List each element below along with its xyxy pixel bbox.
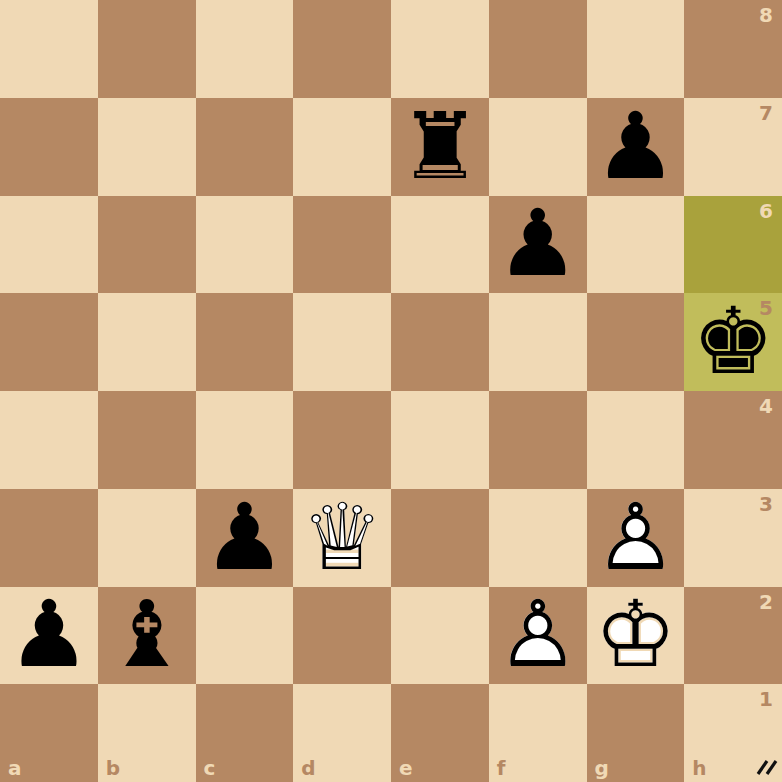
square-g5[interactable] (587, 293, 685, 391)
square-b8[interactable] (98, 0, 196, 98)
square-d3[interactable]: ♛︎♕︎ (293, 489, 391, 587)
white-queen-outline: ♕︎ (301, 492, 383, 584)
square-a8[interactable] (0, 0, 98, 98)
square-h3[interactable]: 3 (684, 489, 782, 587)
square-h1[interactable]: 1h (684, 684, 782, 782)
file-label-g: g (595, 758, 609, 778)
chess-board: 8♜︎♟︎7♟︎65♚︎4♟︎♛︎♕︎♟︎♙︎3♟︎♝︎♟︎♙︎♚︎♔︎2abc… (0, 0, 782, 782)
double-slash-icon (755, 753, 779, 777)
square-h8[interactable]: 8 (684, 0, 782, 98)
square-d5[interactable] (293, 293, 391, 391)
square-g8[interactable] (587, 0, 685, 98)
black-pawn-glyph: ♟︎ (496, 198, 578, 290)
square-a5[interactable] (0, 293, 98, 391)
square-f3[interactable] (489, 489, 587, 587)
black-king-glyph: ♚︎ (692, 296, 774, 388)
square-g1[interactable]: g (587, 684, 685, 782)
square-a6[interactable] (0, 196, 98, 294)
rank-label-3: 3 (759, 494, 773, 514)
square-f5[interactable] (489, 293, 587, 391)
square-c1[interactable]: c (196, 684, 294, 782)
file-label-b: b (106, 758, 120, 778)
square-c7[interactable] (196, 98, 294, 196)
rank-label-6: 6 (759, 201, 773, 221)
piece-white-king[interactable]: ♚︎♔︎ (587, 587, 685, 685)
square-b2[interactable]: ♝︎ (98, 587, 196, 685)
file-label-a: a (8, 758, 22, 778)
square-d6[interactable] (293, 196, 391, 294)
piece-white-pawn[interactable]: ♟︎♙︎ (489, 587, 587, 685)
square-d8[interactable] (293, 0, 391, 98)
square-b6[interactable] (98, 196, 196, 294)
black-rook-glyph: ♜︎ (399, 101, 481, 193)
square-d7[interactable] (293, 98, 391, 196)
square-b3[interactable] (98, 489, 196, 587)
black-pawn-glyph: ♟︎ (8, 589, 90, 681)
square-a1[interactable]: a (0, 684, 98, 782)
square-e6[interactable] (391, 196, 489, 294)
square-f7[interactable] (489, 98, 587, 196)
square-e4[interactable] (391, 391, 489, 489)
square-b5[interactable] (98, 293, 196, 391)
square-e2[interactable] (391, 587, 489, 685)
square-c8[interactable] (196, 0, 294, 98)
rank-label-1: 1 (759, 689, 773, 709)
rank-label-7: 7 (759, 103, 773, 123)
file-label-c: c (204, 758, 216, 778)
square-g3[interactable]: ♟︎♙︎ (587, 489, 685, 587)
square-f6[interactable]: ♟︎ (489, 196, 587, 294)
square-e5[interactable] (391, 293, 489, 391)
square-e1[interactable]: e (391, 684, 489, 782)
square-f1[interactable]: f (489, 684, 587, 782)
square-a7[interactable] (0, 98, 98, 196)
square-g7[interactable]: ♟︎ (587, 98, 685, 196)
square-b1[interactable]: b (98, 684, 196, 782)
piece-black-pawn[interactable]: ♟︎ (489, 196, 587, 294)
square-c5[interactable] (196, 293, 294, 391)
piece-black-rook[interactable]: ♜︎ (391, 98, 489, 196)
black-pawn-glyph: ♟︎ (594, 101, 676, 193)
square-h5[interactable]: 5♚︎ (684, 293, 782, 391)
piece-black-pawn[interactable]: ♟︎ (196, 489, 294, 587)
file-label-h: h (692, 758, 706, 778)
rank-label-8: 8 (759, 5, 773, 25)
black-bishop-glyph: ♝︎ (105, 589, 187, 681)
piece-white-queen[interactable]: ♛︎♕︎ (293, 489, 391, 587)
piece-black-bishop[interactable]: ♝︎ (98, 587, 196, 685)
white-king-outline: ♔︎ (594, 589, 676, 681)
piece-black-pawn[interactable]: ♟︎ (587, 98, 685, 196)
square-g2[interactable]: ♚︎♔︎ (587, 587, 685, 685)
white-pawn-outline: ♙︎ (496, 589, 578, 681)
square-c2[interactable] (196, 587, 294, 685)
square-f8[interactable] (489, 0, 587, 98)
square-g6[interactable] (587, 196, 685, 294)
square-e7[interactable]: ♜︎ (391, 98, 489, 196)
square-c4[interactable] (196, 391, 294, 489)
file-label-d: d (301, 758, 315, 778)
square-a2[interactable]: ♟︎ (0, 587, 98, 685)
square-h4[interactable]: 4 (684, 391, 782, 489)
square-e3[interactable] (391, 489, 489, 587)
square-d2[interactable] (293, 587, 391, 685)
square-f4[interactable] (489, 391, 587, 489)
piece-white-pawn[interactable]: ♟︎♙︎ (587, 489, 685, 587)
white-pawn-outline: ♙︎ (594, 492, 676, 584)
square-f2[interactable]: ♟︎♙︎ (489, 587, 587, 685)
file-label-f: f (497, 758, 506, 778)
square-h7[interactable]: 7 (684, 98, 782, 196)
black-pawn-glyph: ♟︎ (203, 492, 285, 584)
square-b7[interactable] (98, 98, 196, 196)
square-e8[interactable] (391, 0, 489, 98)
square-c6[interactable] (196, 196, 294, 294)
rank-label-4: 4 (759, 396, 773, 416)
square-c3[interactable]: ♟︎ (196, 489, 294, 587)
square-d1[interactable]: d (293, 684, 391, 782)
square-a3[interactable] (0, 489, 98, 587)
square-b4[interactable] (98, 391, 196, 489)
square-d4[interactable] (293, 391, 391, 489)
piece-black-pawn[interactable]: ♟︎ (0, 587, 98, 685)
square-h2[interactable]: 2 (684, 587, 782, 685)
square-a4[interactable] (0, 391, 98, 489)
piece-black-king[interactable]: ♚︎ (684, 293, 782, 391)
square-g4[interactable] (587, 391, 685, 489)
square-h6[interactable]: 6 (684, 196, 782, 294)
rank-label-2: 2 (759, 592, 773, 612)
file-label-e: e (399, 758, 413, 778)
